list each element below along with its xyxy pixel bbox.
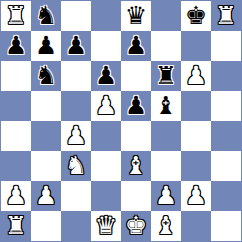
square-d8[interactable] <box>91 1 121 31</box>
black-rook-piece[interactable]: ♜ <box>151 61 181 91</box>
square-d7[interactable] <box>91 31 121 61</box>
white-rook-piece[interactable]: ♜ <box>1 1 31 31</box>
square-f3[interactable] <box>151 151 181 181</box>
square-e1[interactable]: ♚ <box>121 211 151 241</box>
square-a7[interactable]: ♟ <box>1 31 31 61</box>
square-b1[interactable] <box>31 211 61 241</box>
square-f8[interactable] <box>151 1 181 31</box>
square-e4[interactable] <box>121 121 151 151</box>
black-pawn-piece[interactable]: ♟ <box>31 31 61 61</box>
white-bishop-piece[interactable]: ♝ <box>151 211 181 241</box>
square-h5[interactable] <box>211 91 241 121</box>
square-h7[interactable] <box>211 31 241 61</box>
square-g1[interactable] <box>181 211 211 241</box>
square-h1[interactable] <box>211 211 241 241</box>
black-king-piece[interactable]: ♚ <box>181 1 211 31</box>
black-pawn-piece[interactable]: ♟ <box>1 31 31 61</box>
square-c3[interactable]: ♞ <box>61 151 91 181</box>
square-a1[interactable]: ♜ <box>1 211 31 241</box>
square-g6[interactable]: ♟ <box>181 61 211 91</box>
square-h8[interactable]: ♜ <box>211 1 241 31</box>
black-pawn-piece[interactable]: ♟ <box>121 91 151 121</box>
white-pawn-piece[interactable]: ♟ <box>1 181 31 211</box>
square-c2[interactable] <box>61 181 91 211</box>
square-f2[interactable]: ♟ <box>151 181 181 211</box>
square-h4[interactable] <box>211 121 241 151</box>
black-pawn-piece[interactable]: ♟ <box>121 31 151 61</box>
square-c4[interactable]: ♟ <box>61 121 91 151</box>
white-pawn-piece[interactable]: ♟ <box>181 61 211 91</box>
square-f1[interactable]: ♝ <box>151 211 181 241</box>
square-c7[interactable]: ♟ <box>61 31 91 61</box>
square-e3[interactable]: ♝ <box>121 151 151 181</box>
square-h3[interactable] <box>211 151 241 181</box>
square-d5[interactable]: ♟ <box>91 91 121 121</box>
black-knight-piece[interactable]: ♞ <box>31 1 61 31</box>
black-pawn-piece[interactable]: ♟ <box>91 61 121 91</box>
square-d4[interactable] <box>91 121 121 151</box>
square-g2[interactable]: ♟ <box>181 181 211 211</box>
square-g3[interactable] <box>181 151 211 181</box>
square-a8[interactable]: ♜ <box>1 1 31 31</box>
white-pawn-piece[interactable]: ♟ <box>151 181 181 211</box>
square-d6[interactable]: ♟ <box>91 61 121 91</box>
square-b2[interactable]: ♟ <box>31 181 61 211</box>
square-b5[interactable] <box>31 91 61 121</box>
square-h6[interactable] <box>211 61 241 91</box>
white-pawn-piece[interactable]: ♟ <box>61 121 91 151</box>
square-e2[interactable] <box>121 181 151 211</box>
white-bishop-piece[interactable]: ♝ <box>121 151 151 181</box>
square-g7[interactable] <box>181 31 211 61</box>
square-d2[interactable] <box>91 181 121 211</box>
square-c5[interactable] <box>61 91 91 121</box>
square-a6[interactable] <box>1 61 31 91</box>
square-d3[interactable] <box>91 151 121 181</box>
white-pawn-piece[interactable]: ♟ <box>181 181 211 211</box>
white-pawn-piece[interactable]: ♟ <box>91 91 121 121</box>
black-pawn-piece[interactable]: ♟ <box>61 31 91 61</box>
square-g8[interactable]: ♚ <box>181 1 211 31</box>
square-e8[interactable]: ♛ <box>121 1 151 31</box>
white-knight-piece[interactable]: ♞ <box>61 151 91 181</box>
square-b4[interactable] <box>31 121 61 151</box>
black-bishop-piece[interactable]: ♝ <box>151 91 181 121</box>
chess-board-frame: ♜♞♛♚♜♟♟♟♟♞♟♜♟♟♟♝♟♞♝♟♟♟♟♜♛♚♝ <box>0 0 242 242</box>
white-pawn-piece[interactable]: ♟ <box>31 181 61 211</box>
square-a3[interactable] <box>1 151 31 181</box>
square-e5[interactable]: ♟ <box>121 91 151 121</box>
square-g4[interactable] <box>181 121 211 151</box>
square-b3[interactable] <box>31 151 61 181</box>
square-c8[interactable] <box>61 1 91 31</box>
black-knight-piece[interactable]: ♞ <box>31 61 61 91</box>
square-b7[interactable]: ♟ <box>31 31 61 61</box>
square-f4[interactable] <box>151 121 181 151</box>
square-d1[interactable]: ♛ <box>91 211 121 241</box>
white-queen-piece[interactable]: ♛ <box>91 211 121 241</box>
square-a2[interactable]: ♟ <box>1 181 31 211</box>
white-rook-piece[interactable]: ♜ <box>1 211 31 241</box>
square-a5[interactable] <box>1 91 31 121</box>
square-a4[interactable] <box>1 121 31 151</box>
square-h2[interactable] <box>211 181 241 211</box>
square-f5[interactable]: ♝ <box>151 91 181 121</box>
black-queen-piece[interactable]: ♛ <box>121 1 151 31</box>
square-f7[interactable] <box>151 31 181 61</box>
white-rook-piece[interactable]: ♜ <box>211 1 241 31</box>
chess-board: ♜♞♛♚♜♟♟♟♟♞♟♜♟♟♟♝♟♞♝♟♟♟♟♜♛♚♝ <box>1 1 241 241</box>
square-c1[interactable] <box>61 211 91 241</box>
square-b8[interactable]: ♞ <box>31 1 61 31</box>
square-f6[interactable]: ♜ <box>151 61 181 91</box>
square-e7[interactable]: ♟ <box>121 31 151 61</box>
square-e6[interactable] <box>121 61 151 91</box>
square-b6[interactable]: ♞ <box>31 61 61 91</box>
white-king-piece[interactable]: ♚ <box>121 211 151 241</box>
square-g5[interactable] <box>181 91 211 121</box>
square-c6[interactable] <box>61 61 91 91</box>
